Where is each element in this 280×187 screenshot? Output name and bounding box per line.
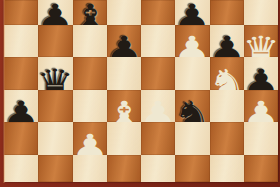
- square-h6[interactable]: ♛: [244, 25, 278, 57]
- square-a5[interactable]: [4, 57, 38, 90]
- square-e2[interactable]: [141, 155, 175, 182]
- square-d7[interactable]: [107, 0, 141, 25]
- square-b5[interactable]: ♛: [38, 57, 72, 90]
- square-d5[interactable]: [107, 57, 141, 90]
- chess-board: ♟♝♟♟♟♟♛♛♞♟♟♝♟♞♟♟: [4, 0, 278, 182]
- square-d4[interactable]: ♝: [107, 90, 141, 122]
- square-f5[interactable]: [175, 57, 209, 90]
- square-a7[interactable]: [4, 0, 38, 25]
- square-e5[interactable]: [141, 57, 175, 90]
- square-g4[interactable]: [210, 90, 244, 122]
- square-f3[interactable]: [175, 122, 209, 155]
- square-f7[interactable]: ♟: [175, 0, 209, 25]
- square-c7[interactable]: ♝: [73, 0, 107, 25]
- chessboard-screenshot: ♟♝♟♟♟♟♛♛♞♟♟♝♟♞♟♟: [0, 0, 280, 187]
- square-a6[interactable]: [4, 25, 38, 57]
- square-c2[interactable]: [73, 155, 107, 182]
- square-f4[interactable]: ♞: [175, 90, 209, 122]
- square-h4[interactable]: ♟: [244, 90, 278, 122]
- square-b2[interactable]: [38, 155, 72, 182]
- square-h2[interactable]: [244, 155, 278, 182]
- square-d2[interactable]: [107, 155, 141, 182]
- square-b6[interactable]: [38, 25, 72, 57]
- square-e3[interactable]: [141, 122, 175, 155]
- square-g5[interactable]: ♞: [210, 57, 244, 90]
- square-c5[interactable]: [73, 57, 107, 90]
- square-h5[interactable]: ♟: [244, 57, 278, 90]
- square-a3[interactable]: [4, 122, 38, 155]
- square-d6[interactable]: ♟: [107, 25, 141, 57]
- square-b7[interactable]: ♟: [38, 0, 72, 25]
- square-c6[interactable]: [73, 25, 107, 57]
- square-e7[interactable]: [141, 0, 175, 25]
- square-f6[interactable]: ♟: [175, 25, 209, 57]
- square-f2[interactable]: [175, 155, 209, 182]
- square-e6[interactable]: [141, 25, 175, 57]
- square-d3[interactable]: [107, 122, 141, 155]
- square-g7[interactable]: [210, 0, 244, 25]
- square-g3[interactable]: [210, 122, 244, 155]
- square-c3[interactable]: ♟: [73, 122, 107, 155]
- square-h7[interactable]: [244, 0, 278, 25]
- square-a4[interactable]: ♟: [4, 90, 38, 122]
- square-g6[interactable]: ♟: [210, 25, 244, 57]
- square-a2[interactable]: [4, 155, 38, 182]
- square-b3[interactable]: [38, 122, 72, 155]
- square-b4[interactable]: [38, 90, 72, 122]
- square-c4[interactable]: [73, 90, 107, 122]
- square-h3[interactable]: [244, 122, 278, 155]
- square-g2[interactable]: [210, 155, 244, 182]
- square-e4[interactable]: ♟: [141, 90, 175, 122]
